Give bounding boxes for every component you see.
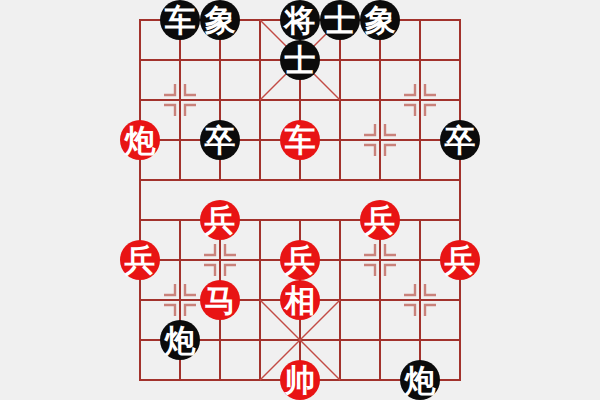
piece-red-soldier[interactable]: 兵 (200, 200, 240, 240)
piece-red-chariot[interactable]: 车 (280, 120, 320, 160)
piece-black-soldier[interactable]: 卒 (440, 120, 480, 160)
piece-black-elephant[interactable]: 象 (200, 0, 240, 40)
piece-black-soldier[interactable]: 卒 (200, 120, 240, 160)
piece-red-elephant[interactable]: 相 (280, 280, 320, 320)
piece-red-soldier[interactable]: 兵 (280, 240, 320, 280)
piece-black-cannon[interactable]: 炮 (400, 360, 440, 400)
piece-black-chariot[interactable]: 车 (160, 0, 200, 40)
piece-red-horse[interactable]: 马 (200, 280, 240, 320)
piece-black-cannon[interactable]: 炮 (160, 320, 200, 360)
piece-black-advisor[interactable]: 士 (320, 0, 360, 40)
piece-red-general[interactable]: 帅 (280, 360, 320, 400)
piece-black-advisor[interactable]: 士 (280, 40, 320, 80)
piece-red-cannon[interactable]: 炮 (120, 120, 160, 160)
piece-red-soldier[interactable]: 兵 (120, 240, 160, 280)
piece-black-general[interactable]: 将 (280, 0, 320, 40)
xiangqi-board[interactable]: 车象将士象士卒卒炮炮炮车兵兵兵兵兵马相帅 (0, 0, 600, 400)
piece-red-soldier[interactable]: 兵 (440, 240, 480, 280)
piece-red-soldier[interactable]: 兵 (360, 200, 400, 240)
piece-black-elephant[interactable]: 象 (360, 0, 400, 40)
